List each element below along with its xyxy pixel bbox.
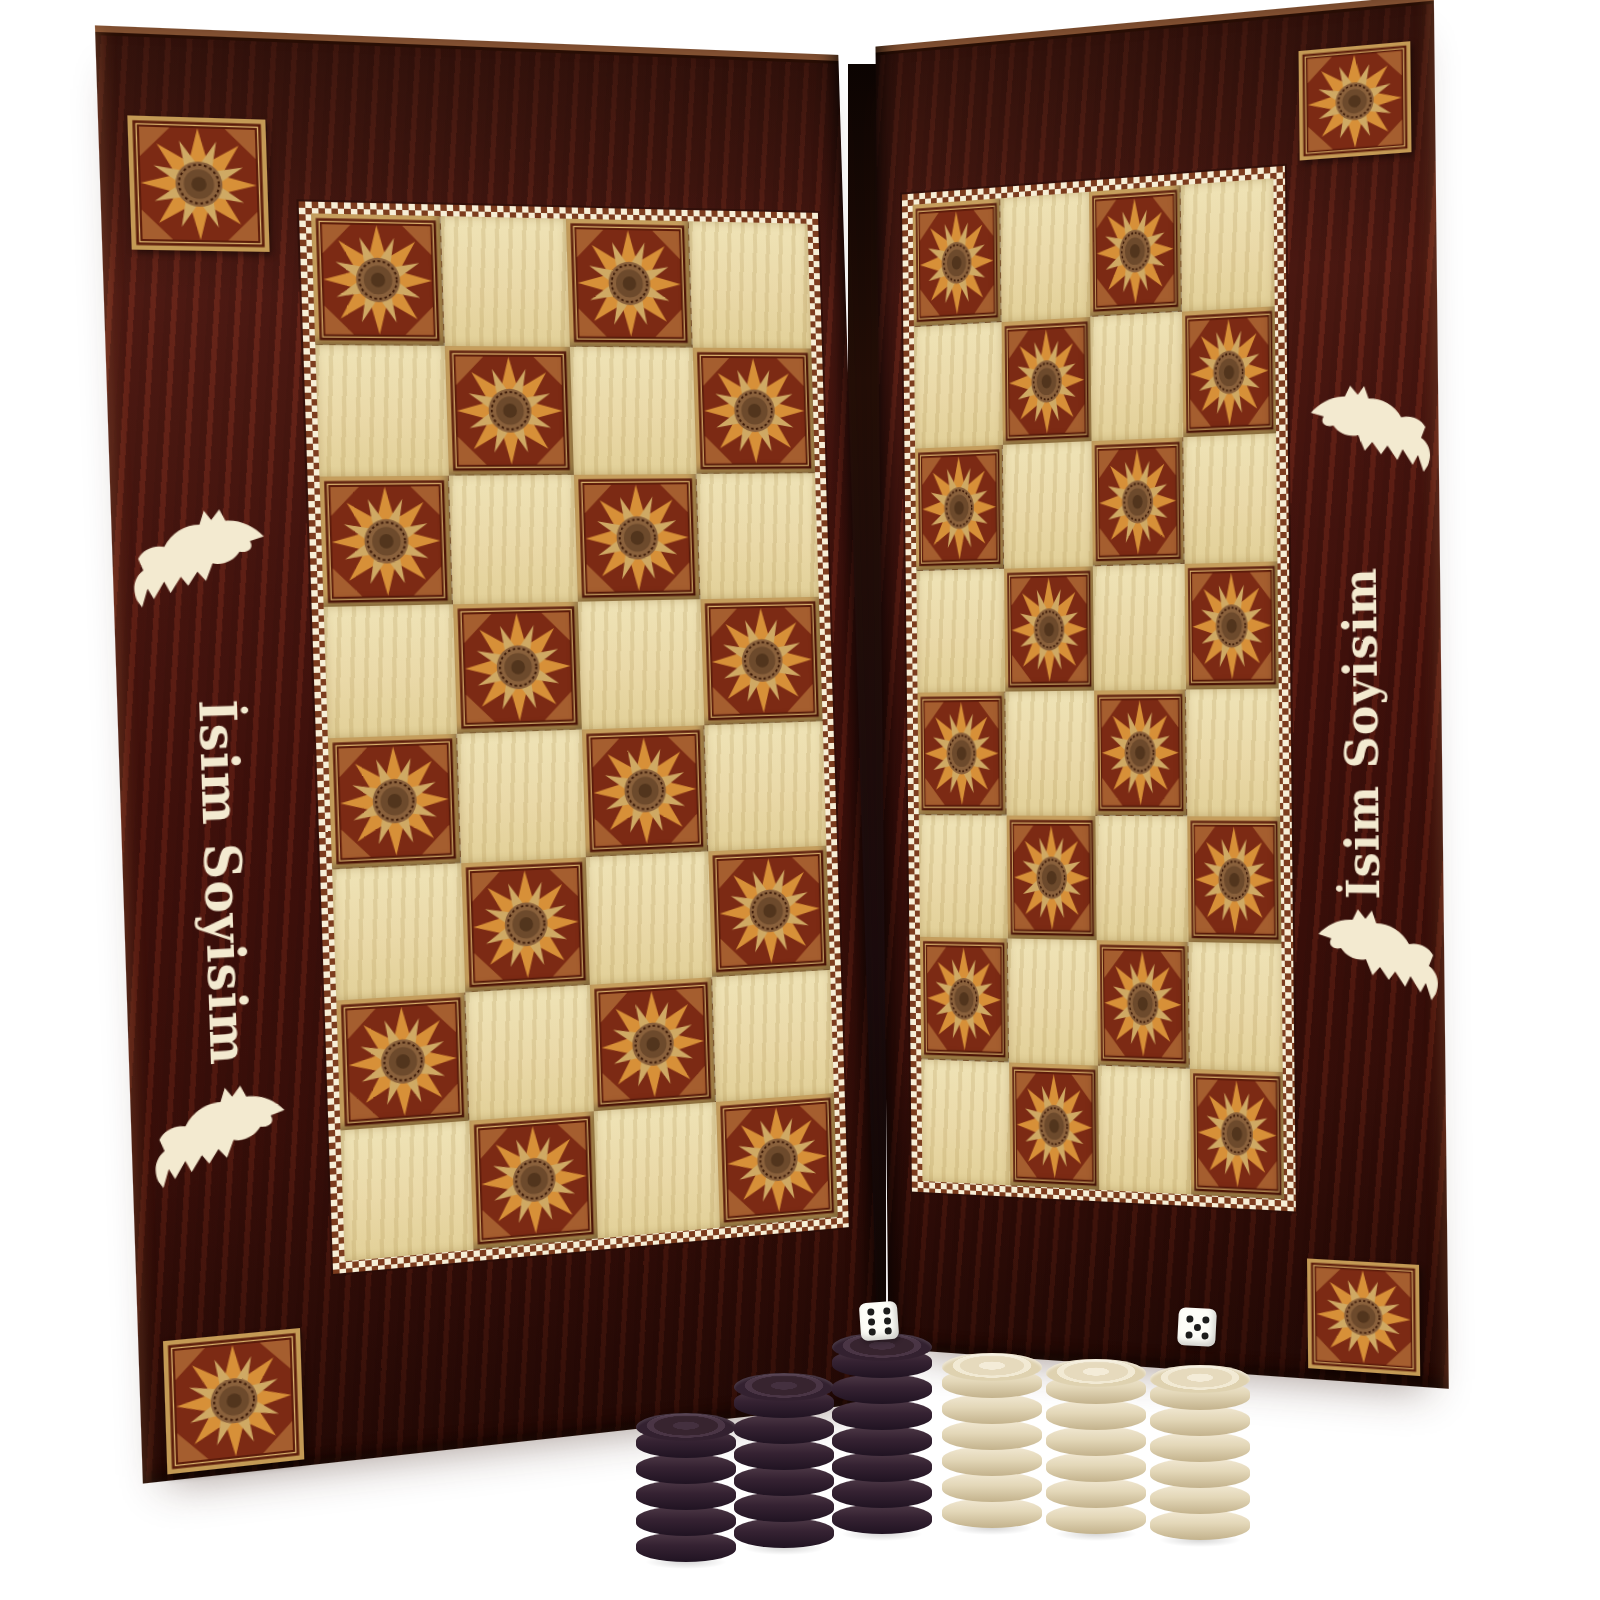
square-dark — [469, 1111, 598, 1249]
crescent-icon — [279, 1205, 319, 1246]
square-light — [1093, 563, 1186, 690]
square-dark — [708, 845, 830, 976]
square-light — [704, 721, 827, 851]
square-dark — [1009, 1062, 1100, 1190]
checker-dark — [832, 1504, 932, 1534]
square-dark — [1004, 566, 1095, 692]
checker-light — [1150, 1484, 1250, 1514]
starburst-rosette-icon — [1181, 306, 1276, 437]
starburst-rosette-icon — [336, 992, 469, 1131]
board-grid-right — [913, 178, 1285, 1199]
checker-light — [942, 1498, 1042, 1528]
square-dark — [700, 597, 823, 725]
square-light — [1180, 178, 1275, 311]
square-dark — [461, 857, 590, 992]
square-dark — [918, 692, 1007, 815]
checker-light — [1150, 1432, 1250, 1462]
starburst-rosette-icon — [319, 475, 452, 607]
starburst-rosette-icon — [708, 845, 830, 976]
checker-dark — [734, 1492, 834, 1522]
checker-light — [942, 1368, 1042, 1398]
square-light — [1007, 938, 1098, 1065]
personalization-text-left: İsim Soyisim — [187, 698, 259, 1067]
checker-dark — [636, 1480, 736, 1510]
checker-dark — [734, 1440, 834, 1470]
wolf-icon — [1285, 371, 1437, 488]
square-light — [1188, 942, 1283, 1072]
square-light — [578, 599, 704, 729]
checker-light — [1150, 1458, 1250, 1488]
product-photo-scene: İsim Soyisim — [0, 0, 1600, 1600]
square-dark — [328, 734, 461, 869]
starburst-rosette-icon — [582, 725, 708, 857]
checker-dark — [636, 1506, 736, 1536]
checker-dark — [832, 1452, 932, 1482]
starburst-rosette-icon — [469, 1111, 598, 1249]
checker-dark — [832, 1478, 932, 1508]
checker-dark — [734, 1466, 834, 1496]
starburst-rosette-icon — [574, 473, 700, 601]
crescent-icon — [287, 1160, 327, 1201]
square-light — [712, 969, 834, 1102]
square-light — [340, 1121, 472, 1261]
square-dark — [1006, 815, 1097, 940]
square-dark — [1097, 940, 1190, 1068]
checker-dark — [636, 1428, 736, 1458]
checkerboard-left — [299, 201, 849, 1274]
square-light — [921, 1059, 1010, 1186]
square-dark — [920, 937, 1009, 1062]
starburst-rosette-icon — [1092, 437, 1185, 566]
wolf-emblem — [1293, 898, 1445, 1012]
starburst-rosette-icon — [692, 347, 815, 473]
square-light — [1002, 441, 1092, 568]
checker-light — [942, 1420, 1042, 1450]
starburst-rosette-icon — [461, 857, 590, 992]
starburst-rosette-icon — [311, 213, 444, 345]
starburst-rosette-icon — [127, 115, 269, 252]
crescent-icon — [223, 643, 265, 683]
board-right-panel: İsim Soyisim — [875, 0, 1448, 1389]
square-dark — [1092, 437, 1185, 566]
square-light — [448, 474, 578, 604]
checker-dark — [734, 1518, 834, 1548]
square-light — [1000, 192, 1090, 322]
starburst-rosette-icon — [1189, 1068, 1284, 1199]
checker-dark — [636, 1454, 736, 1484]
square-dark — [336, 992, 469, 1131]
starburst-rosette-icon — [915, 445, 1004, 571]
checker-light — [1150, 1380, 1250, 1410]
starburst-rosette-icon — [913, 198, 1001, 326]
checker-dark — [636, 1532, 736, 1562]
square-light — [570, 347, 696, 475]
starburst-rosette-icon — [1004, 566, 1095, 692]
square-dark — [574, 473, 700, 601]
starburst-rosette-icon — [1184, 561, 1279, 690]
square-light — [324, 605, 457, 739]
starburst-rosette-icon — [715, 1093, 837, 1227]
starburst-rosette-icon — [920, 937, 1009, 1062]
starburst-rosette-icon — [566, 219, 692, 348]
square-light — [332, 863, 465, 1000]
board-grid-left — [311, 213, 838, 1261]
square-light — [586, 851, 712, 984]
crescent-icon — [261, 666, 303, 706]
checker-light — [942, 1394, 1042, 1424]
starburst-rosette-icon — [1187, 816, 1282, 944]
starburst-rosette-icon — [1006, 815, 1097, 940]
wolf-emblem — [1285, 371, 1437, 488]
square-light — [1098, 1065, 1191, 1195]
square-dark — [1189, 1068, 1284, 1199]
crescent-icon — [243, 1185, 284, 1226]
square-light — [688, 221, 811, 348]
square-light — [916, 568, 1005, 692]
three-crescents-emblem — [242, 1160, 330, 1250]
corner-rosette-ornament — [127, 115, 269, 252]
square-light — [696, 473, 819, 600]
starburst-rosette-icon — [163, 1328, 304, 1474]
starburst-rosette-icon — [328, 734, 461, 869]
corner-rosette-ornament — [1307, 1258, 1420, 1376]
square-dark — [1094, 690, 1187, 816]
corner-rosette-ornament — [163, 1328, 304, 1474]
square-light — [1183, 433, 1278, 563]
square-dark — [915, 445, 1004, 571]
wolf-emblem — [124, 497, 294, 620]
checker-dark — [734, 1414, 834, 1444]
checker-light — [942, 1472, 1042, 1502]
square-light — [594, 1102, 720, 1238]
crescent-icon — [268, 620, 309, 660]
checker-light — [1150, 1510, 1250, 1540]
starburst-rosette-icon — [1307, 1258, 1420, 1376]
checker-light — [1046, 1426, 1146, 1456]
checker-light — [1046, 1478, 1146, 1508]
starburst-rosette-icon — [590, 977, 716, 1112]
corner-rosette-ornament — [1299, 41, 1412, 160]
wolf-icon — [1293, 898, 1445, 1012]
wolf-icon — [124, 497, 294, 620]
square-dark — [590, 977, 716, 1112]
square-dark — [452, 602, 581, 734]
square-dark — [566, 219, 692, 348]
square-dark — [715, 1093, 837, 1227]
starburst-rosette-icon — [1097, 940, 1190, 1068]
checker-light — [1046, 1374, 1146, 1404]
starburst-rosette-icon — [1089, 185, 1181, 316]
square-dark — [1001, 316, 1091, 444]
checker-light — [942, 1446, 1042, 1476]
square-dark — [1184, 561, 1279, 690]
crescent-icon — [1328, 330, 1367, 370]
three-crescents-emblem — [222, 620, 313, 708]
square-dark — [1187, 816, 1282, 944]
square-dark — [582, 725, 708, 857]
square-light — [457, 730, 586, 863]
square-light — [315, 345, 448, 476]
starburst-rosette-icon — [1001, 316, 1091, 444]
starburst-rosette-icon — [444, 346, 574, 476]
checker-dark — [832, 1426, 932, 1456]
square-dark — [319, 475, 452, 607]
starburst-rosette-icon — [918, 692, 1007, 815]
starburst-rosette-icon — [700, 597, 823, 725]
square-light — [440, 216, 570, 347]
square-light — [1185, 688, 1280, 816]
board-left-panel: İsim Soyisim — [95, 25, 879, 1483]
square-dark — [1089, 185, 1181, 316]
square-dark — [913, 198, 1001, 326]
crescent-icon — [1332, 856, 1370, 893]
square-dark — [311, 213, 444, 345]
square-dark — [444, 346, 574, 476]
checkerboard-right — [902, 166, 1296, 1212]
personalization-text-right: İsim Soyisim — [1333, 566, 1389, 899]
square-light — [1005, 691, 1096, 816]
square-dark — [692, 347, 815, 473]
square-light — [465, 984, 594, 1121]
starburst-rosette-icon — [1009, 1062, 1100, 1190]
square-light — [1090, 311, 1183, 441]
starburst-rosette-icon — [1299, 41, 1412, 160]
checker-light — [1150, 1406, 1250, 1436]
starburst-rosette-icon — [452, 602, 581, 734]
checker-light — [1046, 1504, 1146, 1534]
square-dark — [1181, 306, 1276, 437]
checker-light — [1046, 1400, 1146, 1430]
checker-light — [1046, 1452, 1146, 1482]
starburst-rosette-icon — [1094, 690, 1187, 816]
square-light — [919, 815, 1008, 939]
square-light — [1095, 815, 1188, 942]
square-light — [914, 322, 1002, 449]
